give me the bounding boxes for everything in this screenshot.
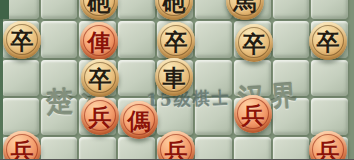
- piece-glyph: 卒: [11, 29, 34, 52]
- piece-red-soldier-c5[interactable]: 兵: [81, 97, 119, 135]
- piece-black-soldier-a3[interactable]: 卒: [3, 21, 41, 59]
- xiangqi-board: 楚河 汉界 15级棋士 砲砲馬卒俥卒卒卒卒車兵傌兵兵兵兵: [0, 0, 354, 159]
- piece-glyph: 卒: [317, 30, 340, 53]
- piece-red-chariot-c3[interactable]: 俥: [80, 22, 118, 60]
- piece-black-horse-g2[interactable]: 馬: [226, 0, 264, 20]
- piece-red-soldier-i6[interactable]: 兵: [309, 131, 347, 159]
- piece-glyph: 傌: [128, 109, 151, 132]
- piece-glyph: 兵: [165, 139, 188, 160]
- piece-glyph: 兵: [242, 103, 265, 126]
- piece-black-soldier-c4[interactable]: 卒: [81, 59, 119, 97]
- piece-black-soldier-i3[interactable]: 卒: [309, 22, 347, 60]
- piece-black-cannon-c2[interactable]: 砲: [80, 0, 118, 20]
- piece-black-soldier-e3[interactable]: 卒: [157, 22, 195, 60]
- piece-glyph: 兵: [11, 139, 34, 160]
- piece-glyph: 車: [163, 66, 186, 89]
- piece-glyph: 卒: [243, 32, 266, 55]
- piece-glyph: 卒: [165, 30, 188, 53]
- piece-black-cannon-e2[interactable]: 砲: [155, 0, 193, 20]
- piece-glyph: 卒: [89, 67, 112, 90]
- piece-glyph: 砲: [163, 0, 186, 13]
- piece-black-soldier-g3[interactable]: 卒: [235, 24, 273, 62]
- piece-red-soldier-a6[interactable]: 兵: [3, 131, 41, 159]
- piece-glyph: 兵: [89, 105, 112, 128]
- piece-glyph: 俥: [88, 30, 111, 53]
- piece-layer: 砲砲馬卒俥卒卒卒卒車兵傌兵兵兵兵: [0, 0, 354, 159]
- piece-black-chariot-e4[interactable]: 車: [155, 58, 193, 96]
- piece-glyph: 馬: [234, 0, 257, 13]
- piece-red-soldier-e6[interactable]: 兵: [157, 131, 195, 159]
- piece-glyph: 砲: [88, 0, 111, 13]
- piece-glyph: 兵: [317, 139, 340, 160]
- piece-red-soldier-g5[interactable]: 兵: [234, 95, 272, 133]
- piece-red-horse-d5[interactable]: 傌: [120, 101, 158, 139]
